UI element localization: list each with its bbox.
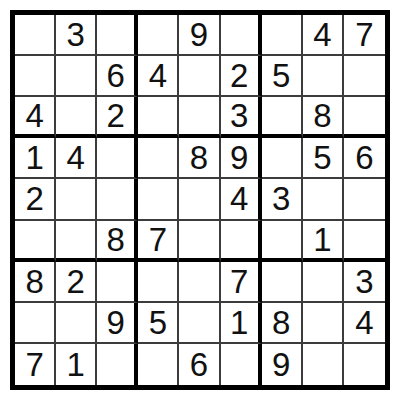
sudoku-cell-r9c2[interactable]: 1: [56, 344, 97, 385]
sudoku-cell-r2c9[interactable]: [344, 56, 385, 97]
sudoku-cell-r6c9[interactable]: [344, 221, 385, 262]
sudoku-cell-r2c3[interactable]: 6: [97, 56, 138, 97]
sudoku-cell-r9c5[interactable]: 6: [179, 344, 220, 385]
sudoku-cell-r7c8[interactable]: [303, 262, 344, 303]
sudoku-cell-r2c4[interactable]: 4: [138, 56, 179, 97]
sudoku-cell-r5c5[interactable]: [179, 179, 220, 220]
sudoku-cell-r5c1[interactable]: 2: [15, 179, 56, 220]
sudoku-cell-r9c1[interactable]: 7: [15, 344, 56, 385]
sudoku-cell-r7c4[interactable]: [138, 262, 179, 303]
sudoku-cell-r3c6[interactable]: 3: [221, 97, 262, 138]
sudoku-cell-r6c3[interactable]: 8: [97, 221, 138, 262]
sudoku-board: 3947642542381489562438718273951847169: [10, 10, 390, 390]
sudoku-cell-r8c6[interactable]: 1: [221, 303, 262, 344]
sudoku-cell-r4c3[interactable]: [97, 138, 138, 179]
sudoku-cell-r4c2[interactable]: 4: [56, 138, 97, 179]
sudoku-cell-r6c7[interactable]: [262, 221, 303, 262]
sudoku-cell-r6c2[interactable]: [56, 221, 97, 262]
sudoku-cell-r1c8[interactable]: 4: [303, 15, 344, 56]
sudoku-cell-r1c2[interactable]: 3: [56, 15, 97, 56]
sudoku-cell-r3c9[interactable]: [344, 97, 385, 138]
sudoku-cell-r1c6[interactable]: [221, 15, 262, 56]
sudoku-cell-r1c7[interactable]: [262, 15, 303, 56]
sudoku-cell-r8c2[interactable]: [56, 303, 97, 344]
sudoku-cell-r2c6[interactable]: 2: [221, 56, 262, 97]
sudoku-cell-r1c5[interactable]: 9: [179, 15, 220, 56]
sudoku-cell-r7c5[interactable]: [179, 262, 220, 303]
sudoku-cell-r5c8[interactable]: [303, 179, 344, 220]
sudoku-cell-r2c2[interactable]: [56, 56, 97, 97]
sudoku-cell-r7c3[interactable]: [97, 262, 138, 303]
sudoku-cell-r1c4[interactable]: [138, 15, 179, 56]
sudoku-cell-r9c9[interactable]: [344, 344, 385, 385]
sudoku-cell-r6c1[interactable]: [15, 221, 56, 262]
sudoku-cell-r2c1[interactable]: [15, 56, 56, 97]
sudoku-cell-r9c4[interactable]: [138, 344, 179, 385]
sudoku-cell-r4c6[interactable]: 9: [221, 138, 262, 179]
sudoku-cell-r3c2[interactable]: [56, 97, 97, 138]
sudoku-cell-r5c6[interactable]: 4: [221, 179, 262, 220]
sudoku-cell-r7c6[interactable]: 7: [221, 262, 262, 303]
sudoku-cell-r5c3[interactable]: [97, 179, 138, 220]
sudoku-cell-r3c3[interactable]: 2: [97, 97, 138, 138]
sudoku-cell-r3c8[interactable]: 8: [303, 97, 344, 138]
sudoku-cell-r6c4[interactable]: 7: [138, 221, 179, 262]
sudoku-cell-r1c9[interactable]: 7: [344, 15, 385, 56]
sudoku-cell-r3c7[interactable]: [262, 97, 303, 138]
sudoku-cell-r8c8[interactable]: [303, 303, 344, 344]
sudoku-cell-r8c5[interactable]: [179, 303, 220, 344]
sudoku-cell-r2c7[interactable]: 5: [262, 56, 303, 97]
sudoku-cell-r2c8[interactable]: [303, 56, 344, 97]
sudoku-cell-r4c7[interactable]: [262, 138, 303, 179]
sudoku-cell-r7c2[interactable]: 2: [56, 262, 97, 303]
sudoku-cell-r9c6[interactable]: [221, 344, 262, 385]
sudoku-cell-r4c9[interactable]: 6: [344, 138, 385, 179]
sudoku-cell-r4c4[interactable]: [138, 138, 179, 179]
sudoku-cell-r5c4[interactable]: [138, 179, 179, 220]
sudoku-cell-r7c1[interactable]: 8: [15, 262, 56, 303]
sudoku-cell-r6c5[interactable]: [179, 221, 220, 262]
sudoku-page: 3947642542381489562438718273951847169: [0, 0, 400, 400]
sudoku-cell-r5c2[interactable]: [56, 179, 97, 220]
sudoku-cell-r8c9[interactable]: 4: [344, 303, 385, 344]
sudoku-cell-r9c3[interactable]: [97, 344, 138, 385]
sudoku-cell-r5c7[interactable]: 3: [262, 179, 303, 220]
sudoku-cell-r4c5[interactable]: 8: [179, 138, 220, 179]
sudoku-cell-r9c8[interactable]: [303, 344, 344, 385]
sudoku-cell-r8c3[interactable]: 9: [97, 303, 138, 344]
sudoku-cell-r5c9[interactable]: [344, 179, 385, 220]
sudoku-cell-r3c4[interactable]: [138, 97, 179, 138]
sudoku-cell-r2c5[interactable]: [179, 56, 220, 97]
sudoku-cell-r7c9[interactable]: 3: [344, 262, 385, 303]
sudoku-cell-r8c4[interactable]: 5: [138, 303, 179, 344]
sudoku-cell-r6c6[interactable]: [221, 221, 262, 262]
sudoku-cell-r3c1[interactable]: 4: [15, 97, 56, 138]
sudoku-cell-r1c3[interactable]: [97, 15, 138, 56]
sudoku-cell-r4c1[interactable]: 1: [15, 138, 56, 179]
sudoku-cell-r7c7[interactable]: [262, 262, 303, 303]
sudoku-cell-r3c5[interactable]: [179, 97, 220, 138]
sudoku-cell-r8c1[interactable]: [15, 303, 56, 344]
sudoku-cell-r4c8[interactable]: 5: [303, 138, 344, 179]
sudoku-cell-r6c8[interactable]: 1: [303, 221, 344, 262]
sudoku-cell-r9c7[interactable]: 9: [262, 344, 303, 385]
sudoku-cell-r8c7[interactable]: 8: [262, 303, 303, 344]
sudoku-cell-r1c1[interactable]: [15, 15, 56, 56]
